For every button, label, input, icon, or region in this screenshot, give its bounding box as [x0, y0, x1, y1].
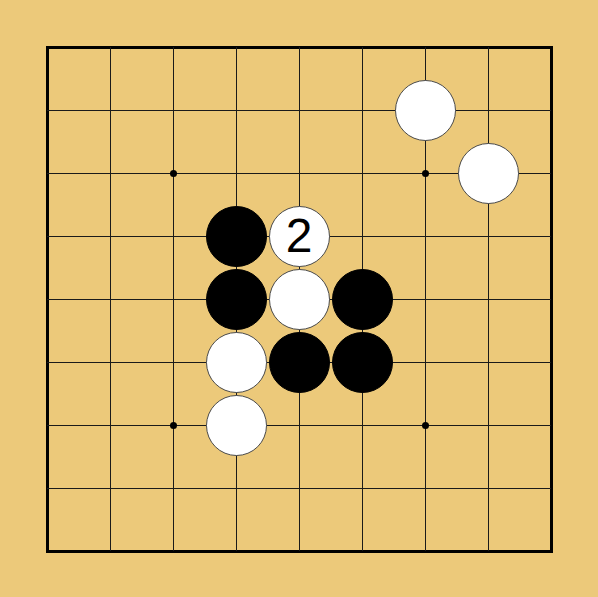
white-stone[interactable]: [269, 269, 330, 330]
board-intersection[interactable]: [205, 331, 268, 394]
white-stone[interactable]: [206, 332, 267, 393]
board-intersection[interactable]: [205, 268, 268, 331]
move-number-label: 2: [286, 212, 313, 260]
board-intersection[interactable]: [205, 205, 268, 268]
white-stone[interactable]: 2: [269, 206, 330, 267]
board-intersection[interactable]: [268, 268, 331, 331]
white-stone[interactable]: [458, 143, 519, 204]
board-intersection[interactable]: [331, 331, 394, 394]
board-intersection[interactable]: [268, 331, 331, 394]
white-stone[interactable]: [206, 395, 267, 456]
white-stone[interactable]: [395, 80, 456, 141]
board-intersection[interactable]: 2: [268, 205, 331, 268]
black-stone[interactable]: [332, 269, 393, 330]
black-stone[interactable]: [332, 332, 393, 393]
go-board[interactable]: 2: [16, 16, 583, 583]
board-intersection[interactable]: [205, 394, 268, 457]
black-stone[interactable]: [269, 332, 330, 393]
board-intersection[interactable]: [331, 268, 394, 331]
go-diagram-page: 2: [0, 0, 598, 597]
board-intersection[interactable]: [394, 79, 457, 142]
black-stone[interactable]: [206, 206, 267, 267]
board-intersection[interactable]: [457, 142, 520, 205]
black-stone[interactable]: [206, 269, 267, 330]
